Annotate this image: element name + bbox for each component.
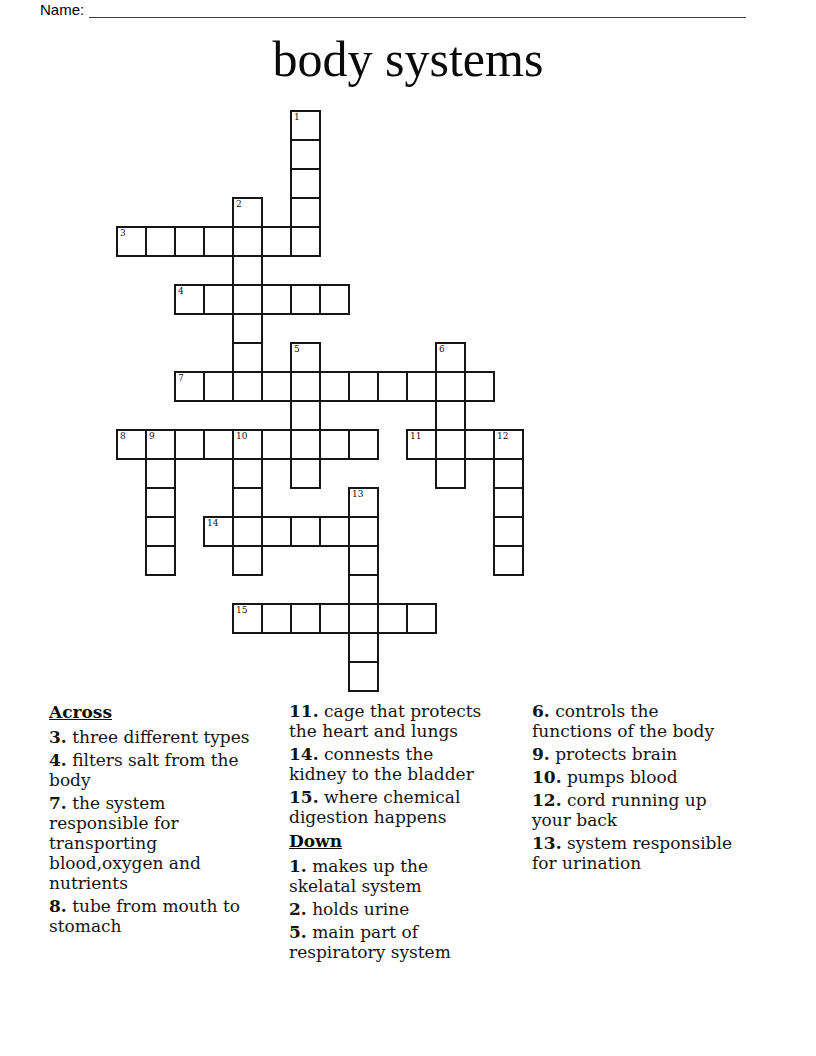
cell-number-3: 3 [120,228,126,238]
grid-cell-r14c6[interactable] [290,516,321,547]
grid-cell-r14c8[interactable] [348,516,379,547]
clue-down-5: 5. main part of respiratory system [289,922,494,962]
grid-cell-r4c2[interactable] [174,226,205,257]
grid-cell-r9c9[interactable] [377,371,408,402]
grid-cell-r4c1[interactable] [145,226,176,257]
grid-cell-r11c11[interactable] [435,429,466,460]
clue-number-label: 11. [289,701,319,721]
grid-cell-r11c0[interactable]: 8 [116,429,147,460]
grid-cell-r14c7[interactable] [319,516,350,547]
clue-number-label: 8. [49,896,67,916]
grid-cell-r3c6[interactable] [290,197,321,228]
name-label: Name: [40,1,84,18]
clue-text: main part of respiratory system [289,922,451,962]
across-header: Across [49,701,259,723]
grid-cell-r17c6[interactable] [290,603,321,634]
grid-cell-r12c13[interactable] [493,458,524,489]
grid-cell-r17c4[interactable]: 15 [232,603,263,634]
grid-cell-r11c13[interactable]: 12 [493,429,524,460]
clue-column-middle: 11. cage that protects the heart and lun… [289,701,494,965]
grid-cell-r5c4[interactable] [232,255,263,286]
cell-number-6: 6 [439,344,445,354]
clue-column-down: 6. controls the functions of the body9. … [532,701,732,876]
grid-cell-r11c12[interactable] [464,429,495,460]
grid-cell-r11c6[interactable] [290,429,321,460]
grid-cell-r6c5[interactable] [261,284,292,315]
grid-cell-r17c10[interactable] [406,603,437,634]
grid-cell-r4c3[interactable] [203,226,234,257]
clue-number-label: 12. [532,790,562,810]
grid-cell-r11c2[interactable] [174,429,205,460]
grid-cell-r9c6[interactable] [290,371,321,402]
grid-cell-r4c0[interactable]: 3 [116,226,147,257]
grid-cell-r10c11[interactable] [435,400,466,431]
grid-cell-r11c1[interactable]: 9 [145,429,176,460]
clue-across-3: 3. three different types [49,727,259,747]
clue-column-across: Across3. three different types4. filters… [49,701,259,939]
worksheet-page: Name: body systems 123456789101112131415… [0,0,816,1056]
cell-number-9: 9 [149,431,155,441]
clue-text: holds urine [307,899,410,919]
grid-cell-r12c6[interactable] [290,458,321,489]
grid-cell-r11c8[interactable] [348,429,379,460]
grid-cell-r15c8[interactable] [348,545,379,576]
grid-cell-r6c2[interactable]: 4 [174,284,205,315]
grid-cell-r3c4[interactable]: 2 [232,197,263,228]
clue-number-label: 9. [532,744,550,764]
clue-down-1: 1. makes up the skelatal system [289,856,494,896]
grid-cell-r9c7[interactable] [319,371,350,402]
grid-cell-r9c5[interactable] [261,371,292,402]
clue-number-label: 15. [289,787,319,807]
grid-cell-r6c3[interactable] [203,284,234,315]
grid-cell-r12c1[interactable] [145,458,176,489]
cell-number-5: 5 [294,344,300,354]
name-blank-line[interactable] [89,2,746,18]
clue-number-label: 6. [532,701,550,721]
grid-cell-r8c6[interactable]: 5 [290,342,321,373]
grid-cell-r14c13[interactable] [493,516,524,547]
grid-cell-r9c11[interactable] [435,371,466,402]
grid-cell-r17c5[interactable] [261,603,292,634]
cell-number-12: 12 [497,431,508,441]
grid-cell-r16c8[interactable] [348,574,379,605]
grid-cell-r9c4[interactable] [232,371,263,402]
clue-number-label: 1. [289,856,307,876]
cell-number-14: 14 [207,518,218,528]
grid-cell-r17c9[interactable] [377,603,408,634]
clue-across-8: 8. tube from mouth to stomach [49,896,259,936]
clue-across-15: 15. where chemical digestion happens [289,787,494,827]
clue-number-label: 13. [532,833,562,853]
grid-cell-r13c1[interactable] [145,487,176,518]
clue-number-label: 10. [532,767,562,787]
grid-cell-r9c2[interactable]: 7 [174,371,205,402]
clue-text: protects brain [550,744,678,764]
grid-cell-r12c11[interactable] [435,458,466,489]
clue-down-12: 12. cord running up your back [532,790,732,830]
clue-across-7: 7. the system responsible for transporti… [49,793,259,893]
clue-across-4: 4. filters salt from the body [49,750,259,790]
grid-cell-r17c7[interactable] [319,603,350,634]
cell-number-8: 8 [120,431,126,441]
name-row: Name: [40,1,746,18]
cell-number-13: 13 [352,489,363,499]
clue-down-6: 6. controls the functions of the body [532,701,732,741]
clue-number-label: 4. [49,750,67,770]
cell-number-10: 10 [236,431,247,441]
clue-text: the system responsible for transporting … [49,793,201,893]
clue-text: pumps blood [562,767,678,787]
down-header: Down [289,830,494,852]
grid-cell-r11c4[interactable]: 10 [232,429,263,460]
grid-cell-r8c4[interactable] [232,342,263,373]
grid-cell-r14c1[interactable] [145,516,176,547]
grid-cell-r15c13[interactable] [493,545,524,576]
grid-cell-r6c6[interactable] [290,284,321,315]
grid-cell-r14c4[interactable] [232,516,263,547]
clue-down-9: 9. protects brain [532,744,732,764]
grid-cell-r15c4[interactable] [232,545,263,576]
grid-cell-r6c7[interactable] [319,284,350,315]
cell-number-7: 7 [178,373,184,383]
grid-cell-r11c7[interactable] [319,429,350,460]
grid-cell-r6c4[interactable] [232,284,263,315]
clue-text: controls the functions of the body [532,701,714,741]
grid-cell-r19c8[interactable] [348,661,379,692]
grid-cell-r15c1[interactable] [145,545,176,576]
clue-across-11: 11. cage that protects the heart and lun… [289,701,494,741]
clue-down-13: 13. system responsible for urination [532,833,732,873]
grid-cell-r13c4[interactable] [232,487,263,518]
grid-cell-r4c6[interactable] [290,226,321,257]
grid-cell-r9c8[interactable] [348,371,379,402]
grid-cell-r12c4[interactable] [232,458,263,489]
grid-cell-r2c6[interactable] [290,168,321,199]
grid-cell-r14c3[interactable]: 14 [203,516,234,547]
clue-number-label: 14. [289,744,319,764]
cell-number-15: 15 [236,605,247,615]
cell-number-2: 2 [236,199,242,209]
grid-cell-r18c8[interactable] [348,632,379,663]
grid-cell-r14c5[interactable] [261,516,292,547]
grid-cell-r9c12[interactable] [464,371,495,402]
clue-text: tube from mouth to stomach [49,896,240,936]
clue-text: filters salt from the body [49,750,239,790]
grid-cell-r11c5[interactable] [261,429,292,460]
grid-cell-r9c10[interactable] [406,371,437,402]
clue-number-label: 5. [289,922,307,942]
grid-cell-r4c5[interactable] [261,226,292,257]
grid-cell-r17c8[interactable] [348,603,379,634]
clue-text: makes up the skelatal system [289,856,428,896]
page-title: body systems [0,32,816,87]
grid-cell-r11c3[interactable] [203,429,234,460]
clue-number-label: 2. [289,899,307,919]
clue-down-2: 2. holds urine [289,899,494,919]
clue-text: three different types [67,727,250,747]
grid-cell-r0c6[interactable]: 1 [290,110,321,141]
cell-number-11: 11 [410,431,421,441]
grid-cell-r13c13[interactable] [493,487,524,518]
cell-number-4: 4 [178,286,184,296]
grid-cell-r1c6[interactable] [290,139,321,170]
grid-cell-r11c10[interactable]: 11 [406,429,437,460]
crossword-grid: 123456789101112131415 [116,110,524,692]
grid-cell-r4c4[interactable] [232,226,263,257]
clue-text: system responsible for urination [532,833,732,873]
clue-down-10: 10. pumps blood [532,767,732,787]
clue-text: cage that protects the heart and lungs [289,701,481,741]
grid-cell-r13c8[interactable]: 13 [348,487,379,518]
grid-cell-r8c11[interactable]: 6 [435,342,466,373]
clue-number-label: 3. [49,727,67,747]
clue-across-14: 14. connests the kidney to the bladder [289,744,494,784]
grid-cell-r10c6[interactable] [290,400,321,431]
grid-cell-r9c3[interactable] [203,371,234,402]
cell-number-1: 1 [294,112,300,122]
grid-cell-r7c4[interactable] [232,313,263,344]
clue-number-label: 7. [49,793,67,813]
